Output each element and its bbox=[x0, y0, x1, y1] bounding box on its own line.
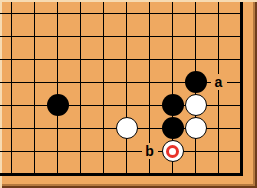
grid-line-v bbox=[34, 117, 35, 140]
board-intersection bbox=[184, 71, 207, 94]
grid-line-v bbox=[240, 71, 243, 94]
grid-line-v bbox=[240, 2, 243, 25]
board-intersection bbox=[207, 117, 230, 140]
grid-line-v bbox=[149, 163, 150, 176]
grid-line-v bbox=[218, 25, 219, 48]
board-intersection bbox=[161, 2, 184, 25]
board-intersection bbox=[0, 163, 23, 186]
grid-line-v bbox=[103, 2, 104, 25]
grid-line-v bbox=[103, 163, 104, 176]
board-intersection bbox=[230, 2, 253, 25]
board-intersection bbox=[184, 2, 207, 25]
board-intersection bbox=[184, 25, 207, 48]
board-intersection bbox=[92, 117, 115, 140]
board-intersection bbox=[230, 25, 253, 48]
board-intersection bbox=[138, 94, 161, 117]
board-intersection bbox=[115, 140, 138, 163]
board-intersection bbox=[0, 71, 23, 94]
board-intersection bbox=[69, 2, 92, 25]
grid-line-v bbox=[80, 71, 81, 94]
black-stone bbox=[162, 94, 184, 116]
grid-line-v bbox=[34, 163, 35, 176]
grid-line-v bbox=[11, 25, 12, 48]
board-intersection bbox=[69, 163, 92, 186]
grid-line-v bbox=[103, 94, 104, 117]
board-intersection bbox=[23, 25, 46, 48]
grid-line-v bbox=[57, 117, 58, 140]
board-intersection bbox=[230, 94, 253, 117]
grid-line-v bbox=[195, 140, 196, 163]
board-intersection bbox=[184, 48, 207, 71]
white-stone bbox=[116, 117, 138, 139]
board-intersection bbox=[207, 25, 230, 48]
board-intersection bbox=[46, 25, 69, 48]
board-intersection bbox=[138, 163, 161, 186]
board-intersection bbox=[69, 117, 92, 140]
grid-line-v bbox=[80, 140, 81, 163]
board-intersection bbox=[46, 163, 69, 186]
board-intersection bbox=[161, 25, 184, 48]
grid-line-v bbox=[149, 117, 150, 140]
board-intersection bbox=[207, 48, 230, 71]
grid-line-v bbox=[80, 2, 81, 25]
grid-line-v bbox=[126, 2, 127, 25]
board-intersection bbox=[0, 25, 23, 48]
board-intersection bbox=[23, 71, 46, 94]
go-board-diagram-frame: ab bbox=[0, 0, 257, 188]
board-intersection bbox=[92, 94, 115, 117]
board-intersection bbox=[23, 163, 46, 186]
grid-line-v bbox=[11, 94, 12, 117]
grid-line-v bbox=[11, 140, 12, 163]
board-intersection bbox=[0, 140, 23, 163]
board-intersection bbox=[0, 117, 23, 140]
board-intersection bbox=[23, 94, 46, 117]
board-intersection bbox=[23, 140, 46, 163]
grid-line-v bbox=[240, 48, 243, 71]
grid-line-v bbox=[103, 117, 104, 140]
grid-line-v bbox=[172, 163, 173, 176]
grid-line-v bbox=[34, 94, 35, 117]
board-intersection bbox=[46, 71, 69, 94]
grid-line-v bbox=[218, 2, 219, 25]
grid-line-v bbox=[103, 25, 104, 48]
grid-line-v bbox=[103, 48, 104, 71]
grid-line-v bbox=[126, 25, 127, 48]
board-intersection bbox=[161, 140, 184, 163]
board-intersection bbox=[230, 117, 253, 140]
grid-line-v bbox=[11, 117, 12, 140]
board-intersection bbox=[184, 140, 207, 163]
grid-line-v bbox=[172, 71, 173, 94]
board-intersection bbox=[138, 48, 161, 71]
board-intersection: a bbox=[207, 71, 230, 94]
grid-line-v bbox=[57, 25, 58, 48]
board-intersection bbox=[115, 71, 138, 94]
grid-line-v bbox=[103, 140, 104, 163]
board-intersection bbox=[230, 48, 253, 71]
board-intersection bbox=[92, 48, 115, 71]
board-intersection bbox=[69, 71, 92, 94]
board-intersection bbox=[69, 25, 92, 48]
board-intersection bbox=[23, 117, 46, 140]
board-intersection bbox=[115, 25, 138, 48]
board-intersection bbox=[207, 2, 230, 25]
grid-line-v bbox=[34, 2, 35, 25]
board-intersection bbox=[115, 163, 138, 186]
grid-line-v bbox=[218, 163, 219, 176]
grid-line-v bbox=[218, 48, 219, 71]
board-intersection: b bbox=[138, 140, 161, 163]
board-intersection bbox=[184, 163, 207, 186]
grid-line-v bbox=[126, 94, 127, 117]
board-intersection bbox=[115, 94, 138, 117]
board-intersection bbox=[230, 71, 253, 94]
board-intersection bbox=[69, 94, 92, 117]
board-intersection bbox=[161, 71, 184, 94]
grid-line-v bbox=[172, 48, 173, 71]
board-intersection bbox=[138, 71, 161, 94]
grid-line-v bbox=[34, 71, 35, 94]
board-intersection bbox=[46, 2, 69, 25]
board-intersection bbox=[92, 163, 115, 186]
board-intersection bbox=[161, 163, 184, 186]
board-intersection bbox=[46, 140, 69, 163]
board-intersection bbox=[69, 48, 92, 71]
board-intersection bbox=[138, 25, 161, 48]
board-intersection bbox=[115, 117, 138, 140]
grid-line-v bbox=[218, 117, 219, 140]
grid-line-v bbox=[34, 25, 35, 48]
grid-line-v bbox=[57, 140, 58, 163]
grid-line-v bbox=[57, 71, 58, 94]
board-intersection bbox=[69, 140, 92, 163]
grid-line-v bbox=[195, 2, 196, 25]
board-intersection bbox=[115, 2, 138, 25]
grid-line-v bbox=[126, 71, 127, 94]
white-stone-marked bbox=[162, 140, 184, 162]
go-board: ab bbox=[0, 2, 253, 186]
board-intersection bbox=[0, 94, 23, 117]
board-intersection bbox=[138, 117, 161, 140]
board-intersection bbox=[46, 117, 69, 140]
board-intersection bbox=[207, 163, 230, 186]
board-intersection bbox=[92, 140, 115, 163]
board-intersection bbox=[92, 2, 115, 25]
grid-line-v bbox=[80, 163, 81, 176]
board-intersection bbox=[46, 94, 69, 117]
grid-line-v bbox=[149, 2, 150, 25]
grid-line-v bbox=[218, 140, 219, 163]
grid-line-v bbox=[149, 71, 150, 94]
board-intersection bbox=[184, 94, 207, 117]
grid-line-v bbox=[11, 163, 12, 176]
board-intersection bbox=[230, 163, 253, 186]
board-intersection bbox=[46, 48, 69, 71]
grid-line-v bbox=[103, 71, 104, 94]
grid-line-v bbox=[149, 94, 150, 117]
grid-line-v bbox=[149, 25, 150, 48]
grid-line-v bbox=[80, 117, 81, 140]
grid-line-v bbox=[126, 140, 127, 163]
board-intersection bbox=[161, 48, 184, 71]
grid-line-v bbox=[149, 48, 150, 71]
board-intersection bbox=[115, 48, 138, 71]
board-intersection bbox=[0, 48, 23, 71]
white-stone bbox=[185, 94, 207, 116]
grid-line-v bbox=[240, 117, 243, 140]
black-stone bbox=[47, 94, 69, 116]
point-label-a: a bbox=[211, 74, 227, 90]
board-intersection bbox=[161, 94, 184, 117]
grid-line-v bbox=[57, 2, 58, 25]
board-intersection bbox=[23, 48, 46, 71]
grid-line-v bbox=[57, 163, 58, 176]
board-intersection bbox=[92, 71, 115, 94]
grid-line-v bbox=[240, 163, 243, 176]
grid-line-v bbox=[240, 140, 243, 163]
grid-line-v bbox=[80, 25, 81, 48]
board-intersection bbox=[23, 2, 46, 25]
grid-line-v bbox=[172, 25, 173, 48]
grid-line-v bbox=[218, 94, 219, 117]
board-intersection bbox=[161, 117, 184, 140]
black-stone bbox=[162, 117, 184, 139]
board-intersection bbox=[207, 94, 230, 117]
board-intersection bbox=[0, 2, 23, 25]
white-stone bbox=[185, 117, 207, 139]
board-intersection bbox=[92, 25, 115, 48]
grid-line-v bbox=[172, 2, 173, 25]
grid-line-v bbox=[240, 25, 243, 48]
black-stone bbox=[185, 71, 207, 93]
grid-line-v bbox=[195, 163, 196, 176]
board-intersection bbox=[207, 140, 230, 163]
board-intersection bbox=[184, 117, 207, 140]
grid-line-v bbox=[34, 48, 35, 71]
grid-line-v bbox=[126, 163, 127, 176]
point-label-b: b bbox=[142, 143, 158, 159]
red-circle-marker bbox=[166, 145, 179, 158]
grid-line-v bbox=[11, 48, 12, 71]
board-intersection bbox=[230, 140, 253, 163]
grid-line-v bbox=[80, 48, 81, 71]
grid-line-v bbox=[80, 94, 81, 117]
grid-line-v bbox=[11, 2, 12, 25]
grid-line-v bbox=[34, 140, 35, 163]
grid-line-v bbox=[240, 94, 243, 117]
grid-line-v bbox=[11, 71, 12, 94]
grid-line-v bbox=[195, 48, 196, 71]
grid-line-v bbox=[195, 25, 196, 48]
board-intersection bbox=[138, 2, 161, 25]
grid-line-v bbox=[126, 48, 127, 71]
grid-line-v bbox=[57, 48, 58, 71]
